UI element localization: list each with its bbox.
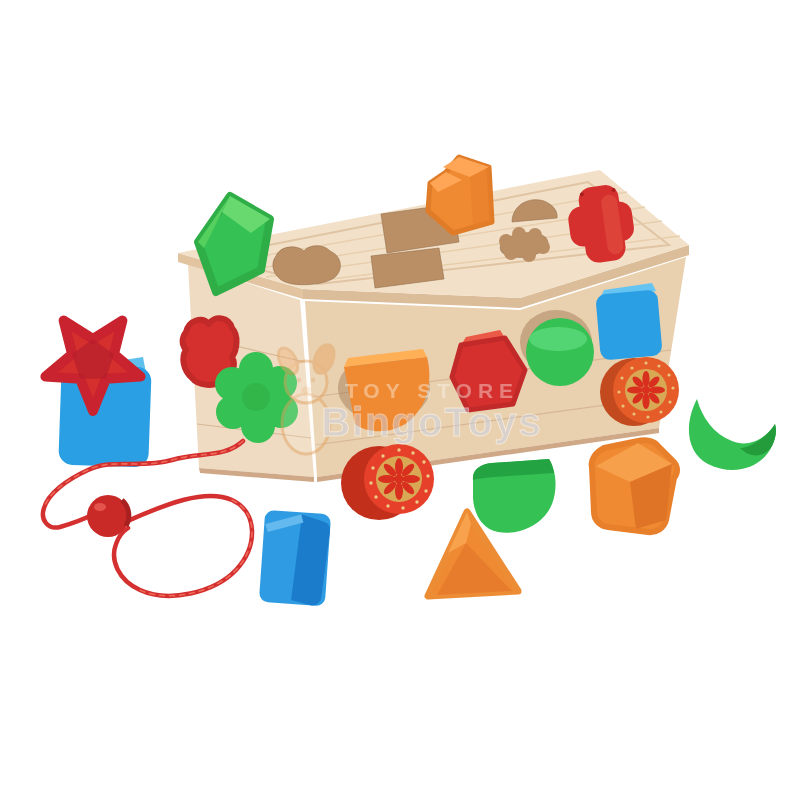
string-bead [87, 495, 129, 537]
flower-center-shade [242, 383, 270, 411]
product-photo-scene: TOY STORE BingoToys [0, 0, 800, 800]
step-right-facet [470, 167, 492, 228]
shape-sorter-cart-illustration: TOY STORE BingoToys [0, 0, 800, 800]
block-orange-cube [592, 440, 677, 532]
cylinder-top-sheen [529, 327, 587, 351]
block-green-crescent [689, 399, 776, 470]
front-wheel [341, 444, 434, 520]
hole-apple [273, 246, 341, 285]
string-twist-texture [140, 500, 252, 596]
watermark-brand-text: BingoToys [321, 400, 543, 444]
block-orange-step [428, 157, 492, 233]
watermark-store-text: TOY STORE [345, 379, 519, 402]
bead-highlight [94, 503, 106, 511]
string-segment-loop [114, 496, 252, 596]
block-green-halfcylinder [473, 459, 556, 533]
block-blue-prism [259, 510, 331, 606]
crescent-tip-shade [740, 424, 776, 455]
rear-wheel [600, 357, 679, 426]
block-blue-cube-inserted [595, 283, 663, 361]
